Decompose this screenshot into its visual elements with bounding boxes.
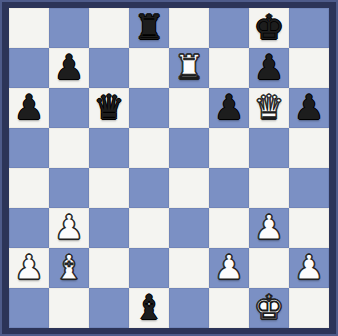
square-c4[interactable] (89, 168, 129, 208)
square-b5[interactable] (49, 128, 89, 168)
square-e5[interactable] (169, 128, 209, 168)
square-a1[interactable] (9, 288, 49, 328)
square-f2[interactable]: ♟ (209, 248, 249, 288)
square-f6[interactable]: ♟ (209, 88, 249, 128)
square-h5[interactable] (289, 128, 329, 168)
square-f8[interactable] (209, 8, 249, 48)
square-h4[interactable] (289, 168, 329, 208)
square-d3[interactable] (129, 208, 169, 248)
square-d8[interactable]: ♜ (129, 8, 169, 48)
square-a6[interactable]: ♟ (9, 88, 49, 128)
square-h8[interactable] (289, 8, 329, 48)
square-b7[interactable]: ♟ (49, 48, 89, 88)
square-d5[interactable] (129, 128, 169, 168)
square-b1[interactable] (49, 288, 89, 328)
black-pawn-a6[interactable]: ♟ (14, 90, 44, 124)
square-e7[interactable]: ♜ (169, 48, 209, 88)
square-c1[interactable] (89, 288, 129, 328)
square-c7[interactable] (89, 48, 129, 88)
square-h2[interactable]: ♟ (289, 248, 329, 288)
white-rook-e7[interactable]: ♜ (174, 50, 204, 84)
square-c2[interactable] (89, 248, 129, 288)
square-a2[interactable]: ♟ (9, 248, 49, 288)
square-h7[interactable] (289, 48, 329, 88)
square-e4[interactable] (169, 168, 209, 208)
square-b6[interactable] (49, 88, 89, 128)
black-pawn-g7[interactable]: ♟ (254, 50, 284, 84)
square-e1[interactable] (169, 288, 209, 328)
square-c6[interactable]: ♛ (89, 88, 129, 128)
white-pawn-b3[interactable]: ♟ (54, 210, 84, 244)
square-e8[interactable] (169, 8, 209, 48)
square-a4[interactable] (9, 168, 49, 208)
black-bishop-d1[interactable]: ♝ (134, 290, 164, 324)
square-f3[interactable] (209, 208, 249, 248)
black-pawn-f6[interactable]: ♟ (214, 90, 244, 124)
square-e2[interactable] (169, 248, 209, 288)
black-queen-c6[interactable]: ♛ (94, 90, 124, 124)
white-bishop-b2[interactable]: ♝ (54, 250, 84, 284)
white-pawn-f2[interactable]: ♟ (214, 250, 244, 284)
square-d6[interactable] (129, 88, 169, 128)
square-h1[interactable] (289, 288, 329, 328)
square-g6[interactable]: ♛ (249, 88, 289, 128)
square-b2[interactable]: ♝ (49, 248, 89, 288)
square-b8[interactable] (49, 8, 89, 48)
white-pawn-g3[interactable]: ♟ (254, 210, 284, 244)
square-d2[interactable] (129, 248, 169, 288)
board-frame: ♜♚♟♜♟♟♛♟♛♟♟♟♟♝♟♟♝♚ (0, 0, 338, 336)
square-a5[interactable] (9, 128, 49, 168)
square-e3[interactable] (169, 208, 209, 248)
square-f4[interactable] (209, 168, 249, 208)
square-c5[interactable] (89, 128, 129, 168)
square-f7[interactable] (209, 48, 249, 88)
white-pawn-h2[interactable]: ♟ (294, 250, 324, 284)
black-pawn-b7[interactable]: ♟ (54, 50, 84, 84)
square-g5[interactable] (249, 128, 289, 168)
black-rook-d8[interactable]: ♜ (134, 10, 164, 44)
white-king-g1[interactable]: ♚ (254, 290, 284, 324)
square-g3[interactable]: ♟ (249, 208, 289, 248)
square-a3[interactable] (9, 208, 49, 248)
square-g7[interactable]: ♟ (249, 48, 289, 88)
white-queen-g6[interactable]: ♛ (254, 90, 284, 124)
chess-board: ♜♚♟♜♟♟♛♟♛♟♟♟♟♝♟♟♝♚ (9, 8, 329, 328)
square-d1[interactable]: ♝ (129, 288, 169, 328)
square-g1[interactable]: ♚ (249, 288, 289, 328)
square-e6[interactable] (169, 88, 209, 128)
square-c8[interactable] (89, 8, 129, 48)
black-king-g8[interactable]: ♚ (254, 10, 284, 44)
square-b3[interactable]: ♟ (49, 208, 89, 248)
square-a8[interactable] (9, 8, 49, 48)
white-pawn-a2[interactable]: ♟ (14, 250, 44, 284)
square-g2[interactable] (249, 248, 289, 288)
square-g8[interactable]: ♚ (249, 8, 289, 48)
square-d7[interactable] (129, 48, 169, 88)
black-pawn-h6[interactable]: ♟ (294, 90, 324, 124)
square-h6[interactable]: ♟ (289, 88, 329, 128)
square-a7[interactable] (9, 48, 49, 88)
square-b4[interactable] (49, 168, 89, 208)
square-f1[interactable] (209, 288, 249, 328)
square-g4[interactable] (249, 168, 289, 208)
square-f5[interactable] (209, 128, 249, 168)
square-c3[interactable] (89, 208, 129, 248)
square-d4[interactable] (129, 168, 169, 208)
square-h3[interactable] (289, 208, 329, 248)
